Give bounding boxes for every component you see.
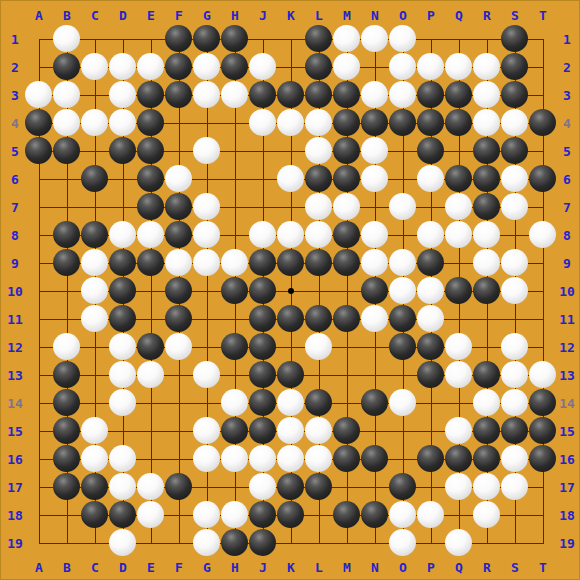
intersection-A6[interactable] [25, 165, 53, 193]
intersection-M19[interactable] [333, 529, 361, 557]
intersection-E5[interactable] [137, 137, 165, 165]
intersection-O1[interactable] [389, 25, 417, 53]
intersection-S19[interactable] [501, 529, 529, 557]
intersection-J11[interactable] [249, 305, 277, 333]
intersection-R15[interactable] [473, 417, 501, 445]
intersection-R9[interactable] [473, 249, 501, 277]
intersection-S16[interactable] [501, 445, 529, 473]
intersection-P12[interactable] [417, 333, 445, 361]
intersection-S7[interactable] [501, 193, 529, 221]
intersection-C16[interactable] [81, 445, 109, 473]
intersection-B1[interactable] [53, 25, 81, 53]
intersection-P6[interactable] [417, 165, 445, 193]
intersection-C5[interactable] [81, 137, 109, 165]
intersection-E8[interactable] [137, 221, 165, 249]
intersection-N10[interactable] [361, 277, 389, 305]
intersection-C13[interactable] [81, 361, 109, 389]
intersection-D4[interactable] [109, 109, 137, 137]
intersection-B14[interactable] [53, 389, 81, 417]
intersection-D11[interactable] [109, 305, 137, 333]
intersection-K13[interactable] [277, 361, 305, 389]
intersection-O6[interactable] [389, 165, 417, 193]
intersection-L11[interactable] [305, 305, 333, 333]
intersection-Q9[interactable] [445, 249, 473, 277]
intersection-M2[interactable] [333, 53, 361, 81]
intersection-R7[interactable] [473, 193, 501, 221]
intersection-K17[interactable] [277, 473, 305, 501]
intersection-J6[interactable] [249, 165, 277, 193]
intersection-A9[interactable] [25, 249, 53, 277]
intersection-Q15[interactable] [445, 417, 473, 445]
intersection-J9[interactable] [249, 249, 277, 277]
intersection-Q19[interactable] [445, 529, 473, 557]
intersection-R2[interactable] [473, 53, 501, 81]
intersection-H4[interactable] [221, 109, 249, 137]
intersection-R11[interactable] [473, 305, 501, 333]
intersection-P4[interactable] [417, 109, 445, 137]
intersection-B9[interactable] [53, 249, 81, 277]
intersection-B5[interactable] [53, 137, 81, 165]
intersection-E11[interactable] [137, 305, 165, 333]
intersection-C8[interactable] [81, 221, 109, 249]
intersection-T6[interactable] [529, 165, 557, 193]
intersection-T4[interactable] [529, 109, 557, 137]
intersection-C10[interactable] [81, 277, 109, 305]
intersection-F3[interactable] [165, 81, 193, 109]
intersection-Q16[interactable] [445, 445, 473, 473]
intersection-S2[interactable] [501, 53, 529, 81]
intersection-O4[interactable] [389, 109, 417, 137]
intersection-R14[interactable] [473, 389, 501, 417]
intersection-O3[interactable] [389, 81, 417, 109]
intersection-C3[interactable] [81, 81, 109, 109]
intersection-Q17[interactable] [445, 473, 473, 501]
intersection-J8[interactable] [249, 221, 277, 249]
intersection-L16[interactable] [305, 445, 333, 473]
intersection-H6[interactable] [221, 165, 249, 193]
intersection-A19[interactable] [25, 529, 53, 557]
intersection-F5[interactable] [165, 137, 193, 165]
intersection-N18[interactable] [361, 501, 389, 529]
intersection-H13[interactable] [221, 361, 249, 389]
intersection-D19[interactable] [109, 529, 137, 557]
intersection-J16[interactable] [249, 445, 277, 473]
intersection-C15[interactable] [81, 417, 109, 445]
intersection-L18[interactable] [305, 501, 333, 529]
intersection-J7[interactable] [249, 193, 277, 221]
intersection-C12[interactable] [81, 333, 109, 361]
intersection-S14[interactable] [501, 389, 529, 417]
intersection-S10[interactable] [501, 277, 529, 305]
intersection-F9[interactable] [165, 249, 193, 277]
intersection-D12[interactable] [109, 333, 137, 361]
intersection-B12[interactable] [53, 333, 81, 361]
intersection-T18[interactable] [529, 501, 557, 529]
intersection-N14[interactable] [361, 389, 389, 417]
intersection-N6[interactable] [361, 165, 389, 193]
intersection-J10[interactable] [249, 277, 277, 305]
intersection-L10[interactable] [305, 277, 333, 305]
intersection-F1[interactable] [165, 25, 193, 53]
intersection-F2[interactable] [165, 53, 193, 81]
intersection-N13[interactable] [361, 361, 389, 389]
intersection-S4[interactable] [501, 109, 529, 137]
intersection-B16[interactable] [53, 445, 81, 473]
intersection-F13[interactable] [165, 361, 193, 389]
intersection-R5[interactable] [473, 137, 501, 165]
intersection-C19[interactable] [81, 529, 109, 557]
intersection-D16[interactable] [109, 445, 137, 473]
intersection-K3[interactable] [277, 81, 305, 109]
intersection-K16[interactable] [277, 445, 305, 473]
intersection-L6[interactable] [305, 165, 333, 193]
intersection-T10[interactable] [529, 277, 557, 305]
intersection-C4[interactable] [81, 109, 109, 137]
intersection-H3[interactable] [221, 81, 249, 109]
intersection-G10[interactable] [193, 277, 221, 305]
intersection-J3[interactable] [249, 81, 277, 109]
intersection-C18[interactable] [81, 501, 109, 529]
intersection-F11[interactable] [165, 305, 193, 333]
intersection-T3[interactable] [529, 81, 557, 109]
intersection-N11[interactable] [361, 305, 389, 333]
intersection-D15[interactable] [109, 417, 137, 445]
intersection-T1[interactable] [529, 25, 557, 53]
intersection-N19[interactable] [361, 529, 389, 557]
intersection-B3[interactable] [53, 81, 81, 109]
intersection-P8[interactable] [417, 221, 445, 249]
intersection-M17[interactable] [333, 473, 361, 501]
intersection-O19[interactable] [389, 529, 417, 557]
intersection-G5[interactable] [193, 137, 221, 165]
intersection-H14[interactable] [221, 389, 249, 417]
intersection-K4[interactable] [277, 109, 305, 137]
intersection-M15[interactable] [333, 417, 361, 445]
intersection-K15[interactable] [277, 417, 305, 445]
intersection-L13[interactable] [305, 361, 333, 389]
intersection-N16[interactable] [361, 445, 389, 473]
intersection-Q14[interactable] [445, 389, 473, 417]
intersection-E16[interactable] [137, 445, 165, 473]
intersection-G7[interactable] [193, 193, 221, 221]
intersection-T7[interactable] [529, 193, 557, 221]
intersection-N4[interactable] [361, 109, 389, 137]
intersection-G19[interactable] [193, 529, 221, 557]
intersection-D10[interactable] [109, 277, 137, 305]
intersection-E14[interactable] [137, 389, 165, 417]
intersection-D2[interactable] [109, 53, 137, 81]
intersection-Q10[interactable] [445, 277, 473, 305]
intersection-T2[interactable] [529, 53, 557, 81]
intersection-D1[interactable] [109, 25, 137, 53]
intersection-S13[interactable] [501, 361, 529, 389]
intersection-K14[interactable] [277, 389, 305, 417]
intersection-D13[interactable] [109, 361, 137, 389]
intersection-M5[interactable] [333, 137, 361, 165]
intersection-N15[interactable] [361, 417, 389, 445]
intersection-F18[interactable] [165, 501, 193, 529]
intersection-M18[interactable] [333, 501, 361, 529]
intersection-J4[interactable] [249, 109, 277, 137]
intersection-J2[interactable] [249, 53, 277, 81]
intersection-O10[interactable] [389, 277, 417, 305]
intersection-P7[interactable] [417, 193, 445, 221]
intersection-L12[interactable] [305, 333, 333, 361]
intersection-N7[interactable] [361, 193, 389, 221]
intersection-J13[interactable] [249, 361, 277, 389]
intersection-K9[interactable] [277, 249, 305, 277]
intersection-Q12[interactable] [445, 333, 473, 361]
intersection-C1[interactable] [81, 25, 109, 53]
intersection-A17[interactable] [25, 473, 53, 501]
intersection-T9[interactable] [529, 249, 557, 277]
intersection-M9[interactable] [333, 249, 361, 277]
intersection-B10[interactable] [53, 277, 81, 305]
intersection-A12[interactable] [25, 333, 53, 361]
intersection-R3[interactable] [473, 81, 501, 109]
intersection-R8[interactable] [473, 221, 501, 249]
intersection-F7[interactable] [165, 193, 193, 221]
intersection-H2[interactable] [221, 53, 249, 81]
intersection-G9[interactable] [193, 249, 221, 277]
intersection-T11[interactable] [529, 305, 557, 333]
intersection-K11[interactable] [277, 305, 305, 333]
intersection-H12[interactable] [221, 333, 249, 361]
intersection-M6[interactable] [333, 165, 361, 193]
intersection-R18[interactable] [473, 501, 501, 529]
intersection-K12[interactable] [277, 333, 305, 361]
intersection-P1[interactable] [417, 25, 445, 53]
intersection-D5[interactable] [109, 137, 137, 165]
intersection-G16[interactable] [193, 445, 221, 473]
intersection-P13[interactable] [417, 361, 445, 389]
intersection-R12[interactable] [473, 333, 501, 361]
intersection-O12[interactable] [389, 333, 417, 361]
intersection-A8[interactable] [25, 221, 53, 249]
intersection-A15[interactable] [25, 417, 53, 445]
intersection-O8[interactable] [389, 221, 417, 249]
intersection-K19[interactable] [277, 529, 305, 557]
intersection-K18[interactable] [277, 501, 305, 529]
intersection-H5[interactable] [221, 137, 249, 165]
intersection-M12[interactable] [333, 333, 361, 361]
intersection-L4[interactable] [305, 109, 333, 137]
intersection-O16[interactable] [389, 445, 417, 473]
intersection-F19[interactable] [165, 529, 193, 557]
intersection-G18[interactable] [193, 501, 221, 529]
intersection-F10[interactable] [165, 277, 193, 305]
intersection-M10[interactable] [333, 277, 361, 305]
intersection-B4[interactable] [53, 109, 81, 137]
intersection-C7[interactable] [81, 193, 109, 221]
intersection-O15[interactable] [389, 417, 417, 445]
intersection-H19[interactable] [221, 529, 249, 557]
intersection-B17[interactable] [53, 473, 81, 501]
intersection-K10[interactable] [277, 277, 305, 305]
intersection-L3[interactable] [305, 81, 333, 109]
intersection-E2[interactable] [137, 53, 165, 81]
intersection-D8[interactable] [109, 221, 137, 249]
intersection-Q5[interactable] [445, 137, 473, 165]
intersection-T8[interactable] [529, 221, 557, 249]
intersection-A7[interactable] [25, 193, 53, 221]
intersection-D7[interactable] [109, 193, 137, 221]
intersection-L2[interactable] [305, 53, 333, 81]
intersection-S9[interactable] [501, 249, 529, 277]
intersection-G8[interactable] [193, 221, 221, 249]
intersection-P18[interactable] [417, 501, 445, 529]
intersection-F12[interactable] [165, 333, 193, 361]
intersection-S8[interactable] [501, 221, 529, 249]
intersection-M13[interactable] [333, 361, 361, 389]
intersection-R19[interactable] [473, 529, 501, 557]
intersection-F14[interactable] [165, 389, 193, 417]
intersection-T12[interactable] [529, 333, 557, 361]
intersection-N8[interactable] [361, 221, 389, 249]
intersection-T14[interactable] [529, 389, 557, 417]
intersection-R1[interactable] [473, 25, 501, 53]
intersection-G6[interactable] [193, 165, 221, 193]
intersection-M11[interactable] [333, 305, 361, 333]
intersection-P15[interactable] [417, 417, 445, 445]
intersection-P19[interactable] [417, 529, 445, 557]
intersection-E19[interactable] [137, 529, 165, 557]
intersection-G15[interactable] [193, 417, 221, 445]
intersection-L17[interactable] [305, 473, 333, 501]
intersection-E7[interactable] [137, 193, 165, 221]
intersection-B6[interactable] [53, 165, 81, 193]
intersection-G2[interactable] [193, 53, 221, 81]
intersection-R4[interactable] [473, 109, 501, 137]
intersection-S12[interactable] [501, 333, 529, 361]
intersection-H11[interactable] [221, 305, 249, 333]
intersection-S18[interactable] [501, 501, 529, 529]
intersection-B8[interactable] [53, 221, 81, 249]
intersection-B2[interactable] [53, 53, 81, 81]
intersection-C6[interactable] [81, 165, 109, 193]
intersection-A1[interactable] [25, 25, 53, 53]
intersection-K6[interactable] [277, 165, 305, 193]
intersection-D18[interactable] [109, 501, 137, 529]
intersection-P10[interactable] [417, 277, 445, 305]
intersection-K7[interactable] [277, 193, 305, 221]
intersection-L14[interactable] [305, 389, 333, 417]
intersection-H16[interactable] [221, 445, 249, 473]
intersection-S11[interactable] [501, 305, 529, 333]
intersection-O17[interactable] [389, 473, 417, 501]
intersection-S1[interactable] [501, 25, 529, 53]
intersection-M14[interactable] [333, 389, 361, 417]
intersection-F6[interactable] [165, 165, 193, 193]
intersection-P5[interactable] [417, 137, 445, 165]
intersection-A4[interactable] [25, 109, 53, 137]
intersection-P11[interactable] [417, 305, 445, 333]
intersection-G1[interactable] [193, 25, 221, 53]
intersection-O9[interactable] [389, 249, 417, 277]
intersection-E9[interactable] [137, 249, 165, 277]
intersection-O18[interactable] [389, 501, 417, 529]
intersection-L8[interactable] [305, 221, 333, 249]
intersection-P14[interactable] [417, 389, 445, 417]
intersection-G17[interactable] [193, 473, 221, 501]
intersection-O13[interactable] [389, 361, 417, 389]
intersection-B13[interactable] [53, 361, 81, 389]
intersection-T15[interactable] [529, 417, 557, 445]
intersection-P16[interactable] [417, 445, 445, 473]
intersection-Q13[interactable] [445, 361, 473, 389]
intersection-E10[interactable] [137, 277, 165, 305]
intersection-C11[interactable] [81, 305, 109, 333]
intersection-O5[interactable] [389, 137, 417, 165]
intersection-D9[interactable] [109, 249, 137, 277]
intersection-D17[interactable] [109, 473, 137, 501]
intersection-F16[interactable] [165, 445, 193, 473]
intersection-R6[interactable] [473, 165, 501, 193]
intersection-S3[interactable] [501, 81, 529, 109]
intersection-L9[interactable] [305, 249, 333, 277]
intersection-A16[interactable] [25, 445, 53, 473]
intersection-G12[interactable] [193, 333, 221, 361]
intersection-J5[interactable] [249, 137, 277, 165]
intersection-O2[interactable] [389, 53, 417, 81]
intersection-R16[interactable] [473, 445, 501, 473]
intersection-S6[interactable] [501, 165, 529, 193]
intersection-R17[interactable] [473, 473, 501, 501]
intersection-E13[interactable] [137, 361, 165, 389]
intersection-G11[interactable] [193, 305, 221, 333]
intersection-L19[interactable] [305, 529, 333, 557]
intersection-J14[interactable] [249, 389, 277, 417]
intersection-B19[interactable] [53, 529, 81, 557]
intersection-A3[interactable] [25, 81, 53, 109]
intersection-S15[interactable] [501, 417, 529, 445]
intersection-M4[interactable] [333, 109, 361, 137]
intersection-D6[interactable] [109, 165, 137, 193]
intersection-J17[interactable] [249, 473, 277, 501]
intersection-H8[interactable] [221, 221, 249, 249]
intersection-A18[interactable] [25, 501, 53, 529]
intersection-P17[interactable] [417, 473, 445, 501]
intersection-A14[interactable] [25, 389, 53, 417]
intersection-K1[interactable] [277, 25, 305, 53]
intersection-T13[interactable] [529, 361, 557, 389]
intersection-R13[interactable] [473, 361, 501, 389]
intersection-S17[interactable] [501, 473, 529, 501]
intersection-Q11[interactable] [445, 305, 473, 333]
intersection-J12[interactable] [249, 333, 277, 361]
intersection-F15[interactable] [165, 417, 193, 445]
intersection-J19[interactable] [249, 529, 277, 557]
intersection-B11[interactable] [53, 305, 81, 333]
intersection-O7[interactable] [389, 193, 417, 221]
intersection-A11[interactable] [25, 305, 53, 333]
intersection-E18[interactable] [137, 501, 165, 529]
intersection-Q8[interactable] [445, 221, 473, 249]
intersection-L1[interactable] [305, 25, 333, 53]
intersection-H9[interactable] [221, 249, 249, 277]
intersection-L7[interactable] [305, 193, 333, 221]
intersection-M8[interactable] [333, 221, 361, 249]
intersection-T16[interactable] [529, 445, 557, 473]
intersection-H1[interactable] [221, 25, 249, 53]
intersection-T5[interactable] [529, 137, 557, 165]
intersection-G13[interactable] [193, 361, 221, 389]
intersection-G4[interactable] [193, 109, 221, 137]
intersection-O11[interactable] [389, 305, 417, 333]
intersection-F17[interactable] [165, 473, 193, 501]
intersection-R10[interactable] [473, 277, 501, 305]
intersection-K5[interactable] [277, 137, 305, 165]
